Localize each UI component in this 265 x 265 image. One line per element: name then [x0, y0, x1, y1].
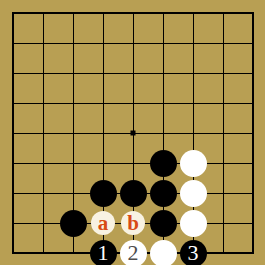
- board-point-8-8[interactable]: [208, 208, 238, 238]
- board-point-9-5[interactable]: [238, 118, 265, 148]
- black-stone: [150, 150, 177, 177]
- board-point-5-1[interactable]: [118, 0, 148, 28]
- black-stone-move-1: 1: [90, 240, 117, 265]
- white-stone: [180, 180, 207, 207]
- white-stone: [180, 210, 207, 237]
- board-point-9-8[interactable]: [238, 208, 265, 238]
- board-point-6-6[interactable]: [148, 148, 178, 178]
- board-point-6-8[interactable]: [148, 208, 178, 238]
- board-point-9-3[interactable]: [238, 58, 265, 88]
- board-point-5-4[interactable]: [118, 88, 148, 118]
- board-point-8-4[interactable]: [208, 88, 238, 118]
- board-point-8-5[interactable]: [208, 118, 238, 148]
- board-point-6-2[interactable]: [148, 28, 178, 58]
- white-stone: [180, 150, 207, 177]
- board-point-4-3[interactable]: [88, 58, 118, 88]
- board-point-2-1[interactable]: [28, 0, 58, 28]
- board-point-7-6[interactable]: [178, 148, 208, 178]
- board-point-1-5[interactable]: [0, 118, 28, 148]
- black-stone: [150, 210, 177, 237]
- board-point-3-6[interactable]: [58, 148, 88, 178]
- board-point-4-1[interactable]: [88, 0, 118, 28]
- board-point-3-2[interactable]: [58, 28, 88, 58]
- board-point-4-7[interactable]: [88, 178, 118, 208]
- board-point-3-1[interactable]: [58, 0, 88, 28]
- board-point-6-1[interactable]: [148, 0, 178, 28]
- board-point-2-2[interactable]: [28, 28, 58, 58]
- board-point-7-7[interactable]: [178, 178, 208, 208]
- board-point-1-2[interactable]: [0, 28, 28, 58]
- board-point-9-1[interactable]: [238, 0, 265, 28]
- go-board: ab123: [0, 0, 265, 265]
- black-stone: [60, 210, 87, 237]
- white-stone: [150, 240, 177, 265]
- board-point-7-4[interactable]: [178, 88, 208, 118]
- black-stone: [150, 180, 177, 207]
- board-point-5-7[interactable]: [118, 178, 148, 208]
- board-point-5-3[interactable]: [118, 58, 148, 88]
- board-point-6-4[interactable]: [148, 88, 178, 118]
- black-stone: [120, 180, 147, 207]
- board-point-5-6[interactable]: [118, 148, 148, 178]
- board-point-2-8[interactable]: [28, 208, 58, 238]
- board-point-8-1[interactable]: [208, 0, 238, 28]
- board-points: ab123: [0, 0, 265, 265]
- board-point-2-4[interactable]: [28, 88, 58, 118]
- board-point-6-9[interactable]: [148, 238, 178, 265]
- board-point-1-7[interactable]: [0, 178, 28, 208]
- board-point-8-7[interactable]: [208, 178, 238, 208]
- board-point-7-2[interactable]: [178, 28, 208, 58]
- board-point-7-3[interactable]: [178, 58, 208, 88]
- board-point-7-8[interactable]: [178, 208, 208, 238]
- board-point-8-3[interactable]: [208, 58, 238, 88]
- board-point-2-6[interactable]: [28, 148, 58, 178]
- star-point: [131, 131, 136, 136]
- board-point-4-6[interactable]: [88, 148, 118, 178]
- board-point-9-4[interactable]: [238, 88, 265, 118]
- board-point-1-4[interactable]: [0, 88, 28, 118]
- board-point-6-5[interactable]: [148, 118, 178, 148]
- black-stone: [90, 180, 117, 207]
- board-point-1-8[interactable]: [0, 208, 28, 238]
- board-point-7-9[interactable]: 3: [178, 238, 208, 265]
- letter-mark-a: a: [91, 211, 115, 235]
- board-point-9-9[interactable]: [238, 238, 265, 265]
- board-point-2-3[interactable]: [28, 58, 58, 88]
- board-point-1-6[interactable]: [0, 148, 28, 178]
- board-point-3-8[interactable]: [58, 208, 88, 238]
- board-point-5-5[interactable]: [118, 118, 148, 148]
- board-point-2-9[interactable]: [28, 238, 58, 265]
- letter-mark-b: b: [121, 211, 145, 235]
- board-point-4-9[interactable]: 1: [88, 238, 118, 265]
- white-stone-move-2: 2: [120, 240, 147, 265]
- board-point-3-3[interactable]: [58, 58, 88, 88]
- board-point-8-6[interactable]: [208, 148, 238, 178]
- board-point-6-3[interactable]: [148, 58, 178, 88]
- board-point-1-1[interactable]: [0, 0, 28, 28]
- board-point-6-7[interactable]: [148, 178, 178, 208]
- board-point-9-2[interactable]: [238, 28, 265, 58]
- board-point-7-1[interactable]: [178, 0, 208, 28]
- board-point-1-3[interactable]: [0, 58, 28, 88]
- board-point-4-5[interactable]: [88, 118, 118, 148]
- board-point-8-9[interactable]: [208, 238, 238, 265]
- board-point-3-9[interactable]: [58, 238, 88, 265]
- board-point-2-5[interactable]: [28, 118, 58, 148]
- board-point-9-6[interactable]: [238, 148, 265, 178]
- board-point-3-4[interactable]: [58, 88, 88, 118]
- board-point-2-7[interactable]: [28, 178, 58, 208]
- board-point-3-5[interactable]: [58, 118, 88, 148]
- board-point-4-8[interactable]: a: [88, 208, 118, 238]
- board-point-5-8[interactable]: b: [118, 208, 148, 238]
- board-point-9-7[interactable]: [238, 178, 265, 208]
- black-stone-move-3: 3: [180, 240, 207, 265]
- board-point-3-7[interactable]: [58, 178, 88, 208]
- board-point-5-2[interactable]: [118, 28, 148, 58]
- board-point-8-2[interactable]: [208, 28, 238, 58]
- board-point-4-2[interactable]: [88, 28, 118, 58]
- board-point-1-9[interactable]: [0, 238, 28, 265]
- board-point-7-5[interactable]: [178, 118, 208, 148]
- board-point-4-4[interactable]: [88, 88, 118, 118]
- board-point-5-9[interactable]: 2: [118, 238, 148, 265]
